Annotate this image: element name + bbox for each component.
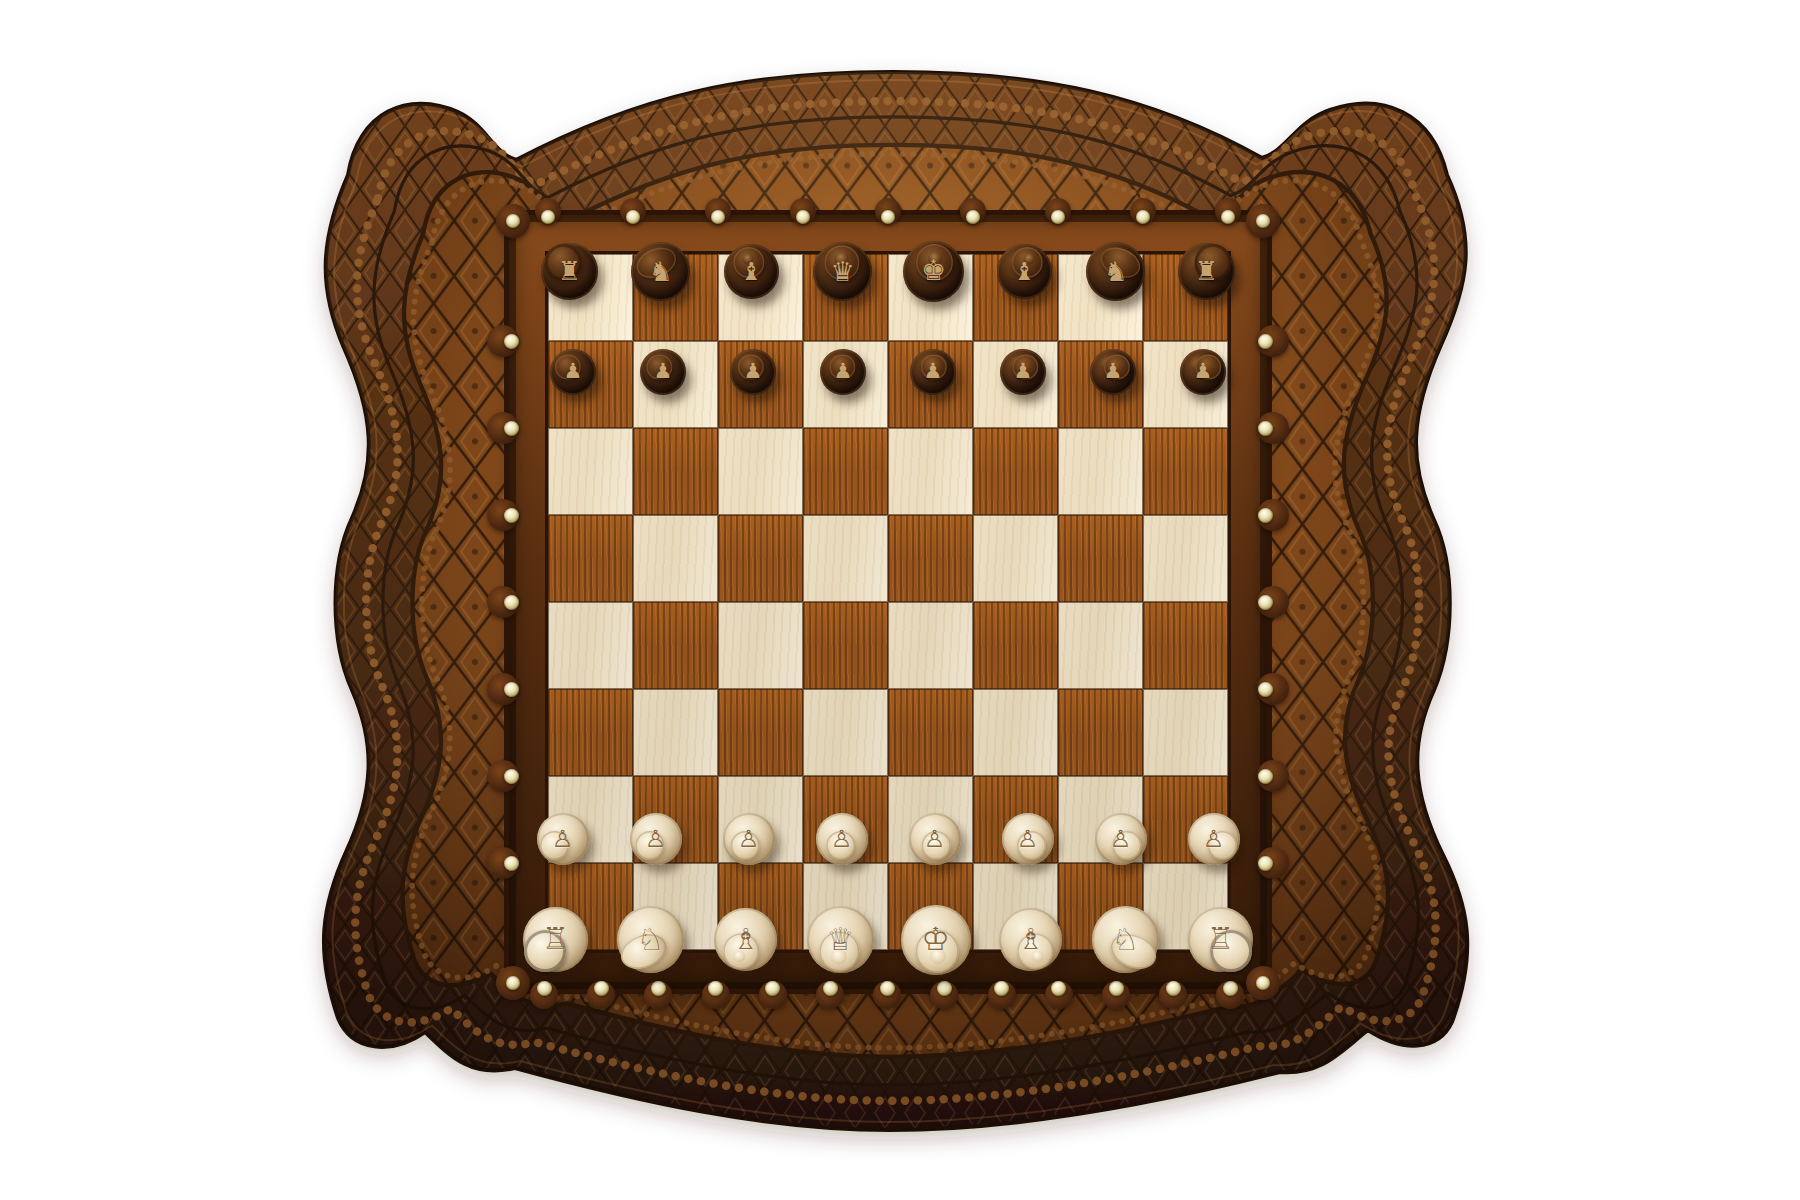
brass-tack [1109, 981, 1124, 996]
brass-tack [626, 210, 640, 224]
piece-black-knight-g8[interactable]: ♞ [1086, 242, 1145, 301]
piece-black-king-e8[interactable]: ♚ [903, 241, 964, 302]
piece-white-pawn-h2[interactable]: ♙ [1188, 813, 1240, 865]
brass-tack [1166, 981, 1181, 996]
brass-tack [1258, 856, 1273, 871]
brass-tack [1258, 508, 1273, 523]
square-f4[interactable] [973, 602, 1058, 689]
square-c5[interactable] [718, 515, 803, 602]
brass-tack [504, 856, 519, 871]
square-h3[interactable] [1143, 689, 1228, 776]
piece-white-queen-d1[interactable]: ♕ [807, 906, 874, 973]
brass-tack [1223, 981, 1238, 996]
brass-tack [1258, 595, 1273, 610]
piece-white-rook-h1[interactable]: ♖ [1188, 907, 1253, 972]
square-d3[interactable] [803, 689, 888, 776]
piece-black-bishop-c8[interactable]: ♝ [724, 244, 779, 299]
brass-tack [504, 334, 519, 349]
square-b6[interactable] [633, 428, 718, 515]
brass-tack [937, 981, 952, 996]
brass-tack [504, 508, 519, 523]
brass-tack [1051, 981, 1066, 996]
brass-tack [504, 769, 519, 784]
square-a5[interactable] [548, 515, 633, 602]
square-d6[interactable] [803, 428, 888, 515]
piece-black-pawn-a7[interactable]: ♟ [550, 349, 596, 395]
brass-tack [504, 682, 519, 697]
piece-white-knight-b1[interactable]: ♘ [617, 906, 684, 973]
brass-tack [796, 210, 810, 224]
piece-white-pawn-f2[interactable]: ♙ [1002, 813, 1054, 865]
piece-white-king-e1[interactable]: ♔ [901, 905, 971, 975]
brass-tack [994, 981, 1009, 996]
square-b5[interactable] [633, 515, 718, 602]
square-h4[interactable] [1143, 602, 1228, 689]
piece-white-pawn-c2[interactable]: ♙ [723, 813, 775, 865]
square-c6[interactable] [718, 428, 803, 515]
square-g3[interactable] [1058, 689, 1143, 776]
piece-black-knight-b8[interactable]: ♞ [631, 242, 690, 301]
brass-tack [1051, 210, 1065, 224]
brass-tack [1258, 334, 1273, 349]
square-d5[interactable] [803, 515, 888, 602]
piece-white-pawn-b2[interactable]: ♙ [630, 813, 682, 865]
square-a3[interactable] [548, 689, 633, 776]
brass-tack [1221, 210, 1235, 224]
brass-tack [1258, 421, 1273, 436]
brass-tack [506, 214, 520, 228]
piece-white-pawn-e2[interactable]: ♙ [909, 813, 961, 865]
square-h6[interactable] [1143, 428, 1228, 515]
square-c3[interactable] [718, 689, 803, 776]
piece-white-bishop-c1[interactable]: ♗ [714, 908, 777, 971]
brass-tack [1256, 214, 1270, 228]
brass-tack [1258, 769, 1273, 784]
piece-black-rook-h8[interactable]: ♜ [1178, 243, 1235, 300]
piece-white-pawn-a2[interactable]: ♙ [537, 813, 589, 865]
brass-tack [1258, 682, 1273, 697]
square-e3[interactable] [888, 689, 973, 776]
brass-tack [966, 210, 980, 224]
piece-black-bishop-f8[interactable]: ♝ [997, 244, 1052, 299]
brass-tack [1136, 210, 1150, 224]
piece-black-rook-a8[interactable]: ♜ [541, 243, 598, 300]
brass-tack [765, 981, 780, 996]
brass-tack [708, 981, 723, 996]
piece-white-knight-g1[interactable]: ♘ [1092, 906, 1159, 973]
square-c4[interactable] [718, 602, 803, 689]
piece-white-rook-a1[interactable]: ♖ [523, 907, 588, 972]
square-e5[interactable] [888, 515, 973, 602]
brass-tack [651, 981, 666, 996]
piece-white-bishop-f1[interactable]: ♗ [999, 908, 1062, 971]
square-g5[interactable] [1058, 515, 1143, 602]
square-e6[interactable] [888, 428, 973, 515]
square-g4[interactable] [1058, 602, 1143, 689]
brass-tack [506, 976, 520, 990]
piece-black-pawn-g7[interactable]: ♟ [1090, 349, 1136, 395]
brass-tack [711, 210, 725, 224]
square-b3[interactable] [633, 689, 718, 776]
square-a6[interactable] [548, 428, 633, 515]
piece-white-pawn-d2[interactable]: ♙ [816, 813, 868, 865]
square-h5[interactable] [1143, 515, 1228, 602]
chess-table-photo: ♜♞♝♛♚♝♞♜♟♟♟♟♟♟♟♟♙♙♙♙♙♙♙♙♖♘♗♕♔♗♘♖ [0, 0, 1800, 1200]
piece-black-pawn-e7[interactable]: ♟ [910, 349, 956, 395]
piece-black-pawn-h7[interactable]: ♟ [1180, 349, 1226, 395]
piece-black-pawn-b7[interactable]: ♟ [640, 349, 686, 395]
square-e4[interactable] [888, 602, 973, 689]
brass-tack [541, 210, 555, 224]
piece-black-queen-d8[interactable]: ♛ [813, 242, 872, 301]
square-f6[interactable] [973, 428, 1058, 515]
brass-tack [504, 595, 519, 610]
brass-tack [504, 421, 519, 436]
brass-tack [537, 981, 552, 996]
brass-tack [823, 981, 838, 996]
piece-white-pawn-g2[interactable]: ♙ [1095, 813, 1147, 865]
square-b4[interactable] [633, 602, 718, 689]
square-g6[interactable] [1058, 428, 1143, 515]
brass-tack [880, 981, 895, 996]
square-f3[interactable] [973, 689, 1058, 776]
brass-tack [1256, 976, 1270, 990]
brass-tack [594, 981, 609, 996]
piece-black-pawn-c7[interactable]: ♟ [730, 349, 776, 395]
brass-tack [881, 210, 895, 224]
square-d4[interactable] [803, 602, 888, 689]
square-f5[interactable] [973, 515, 1058, 602]
piece-black-pawn-d7[interactable]: ♟ [820, 349, 866, 395]
square-a4[interactable] [548, 602, 633, 689]
piece-black-pawn-f7[interactable]: ♟ [1000, 349, 1046, 395]
